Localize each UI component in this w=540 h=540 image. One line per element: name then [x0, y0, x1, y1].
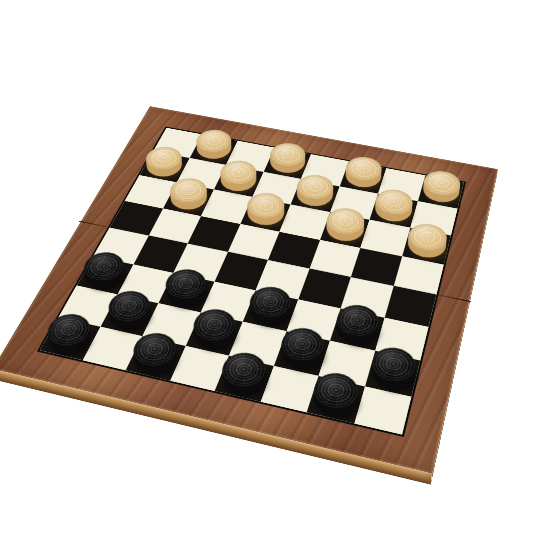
square-r3c6[interactable]	[320, 212, 370, 248]
square-r6c7[interactable]	[330, 308, 384, 351]
dark-checker-piece[interactable]	[310, 378, 362, 421]
scene	[0, 0, 540, 540]
square-r6c3[interactable]	[158, 273, 214, 313]
square-r6c1[interactable]	[77, 256, 134, 295]
board-frame	[0, 106, 498, 473]
photo-background	[0, 0, 540, 540]
light-checker-piece[interactable]	[404, 229, 448, 262]
square-r7c4[interactable]	[185, 312, 242, 355]
dark-checker-piece[interactable]	[218, 358, 271, 400]
checkers-board	[0, 106, 498, 473]
light-checker-piece[interactable]	[420, 177, 462, 207]
square-r3c8[interactable]	[402, 228, 451, 265]
playing-area	[37, 126, 466, 437]
